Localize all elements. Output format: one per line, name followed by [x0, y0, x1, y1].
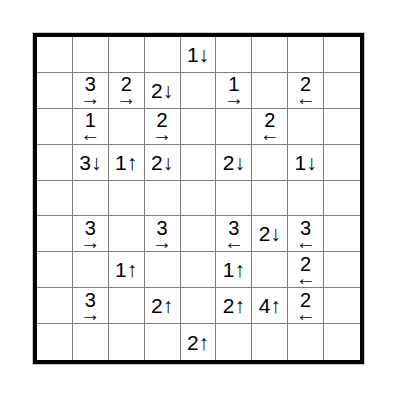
- clue: 3→: [80, 76, 100, 105]
- clue-number: 1: [115, 152, 127, 173]
- clue-number: 4: [259, 295, 271, 316]
- cell-r5c1[interactable]: [37, 181, 73, 217]
- cell-r2c6[interactable]: 1→: [216, 73, 252, 109]
- cell-r1c7[interactable]: [252, 37, 288, 73]
- clue: 1↑: [115, 259, 137, 280]
- cell-r8c4[interactable]: 2↑: [145, 288, 181, 324]
- clue: 2←: [296, 76, 316, 105]
- cell-r4c9[interactable]: [324, 145, 360, 181]
- cell-r6c7[interactable]: 2↓: [252, 216, 288, 252]
- cell-r1c4[interactable]: [145, 37, 181, 73]
- cell-r2c5[interactable]: [181, 73, 217, 109]
- clue: 2↑: [223, 295, 245, 316]
- cell-r7c2[interactable]: [73, 252, 109, 288]
- cell-r4c3[interactable]: 1↑: [109, 145, 145, 181]
- arrow-left-icon: ←: [296, 272, 316, 285]
- cell-r8c2[interactable]: 3→: [73, 288, 109, 324]
- cell-r4c8[interactable]: 1↓: [288, 145, 324, 181]
- cell-r5c6[interactable]: [216, 181, 252, 217]
- cell-r8c9[interactable]: [324, 288, 360, 324]
- cell-r6c6[interactable]: 3←: [216, 216, 252, 252]
- clue: 2↓: [223, 152, 245, 173]
- clue: 1↓: [187, 44, 209, 65]
- clue: 1↑: [115, 152, 137, 173]
- cell-r2c2[interactable]: 3→: [73, 73, 109, 109]
- arrow-right-icon: →: [224, 92, 244, 105]
- clue-number: 2: [223, 295, 235, 316]
- cell-r5c3[interactable]: [109, 181, 145, 217]
- cell-r5c7[interactable]: [252, 181, 288, 217]
- arrow-left-icon: ←: [296, 308, 316, 321]
- cell-r3c6[interactable]: [216, 109, 252, 145]
- clue-number: 2: [259, 223, 271, 244]
- cell-r3c9[interactable]: [324, 109, 360, 145]
- clue-number: 3: [79, 152, 91, 173]
- arrow-up-icon: ↑: [270, 295, 281, 316]
- cell-r9c8[interactable]: [288, 324, 324, 360]
- cell-r6c2[interactable]: 3→: [73, 216, 109, 252]
- cell-r7c8[interactable]: 2←: [288, 252, 324, 288]
- cell-r3c8[interactable]: [288, 109, 324, 145]
- clue-number: 2: [151, 152, 163, 173]
- arrow-left-icon: ←: [296, 236, 316, 249]
- clue: 2↓: [151, 152, 173, 173]
- arrow-up-icon: ↑: [127, 152, 138, 173]
- cell-r3c1[interactable]: [37, 109, 73, 145]
- cell-r7c1[interactable]: [37, 252, 73, 288]
- clue: 1↓: [295, 152, 317, 173]
- clue: 3←: [224, 220, 244, 249]
- clue: 3→: [152, 220, 172, 249]
- clue: 2↑: [187, 332, 209, 353]
- cell-r4c1[interactable]: [37, 145, 73, 181]
- cell-r4c2[interactable]: 3↓: [73, 145, 109, 181]
- cell-r6c9[interactable]: [324, 216, 360, 252]
- arrow-down-icon: ↓: [163, 80, 174, 101]
- cell-r7c5[interactable]: [181, 252, 217, 288]
- clue: 2←: [296, 256, 316, 285]
- cell-r5c5[interactable]: [181, 181, 217, 217]
- clue: 2←: [296, 292, 316, 321]
- arrow-down-icon: ↓: [163, 152, 174, 173]
- cell-r6c8[interactable]: 3←: [288, 216, 324, 252]
- cell-r7c7[interactable]: [252, 252, 288, 288]
- clue-number: 1: [187, 44, 199, 65]
- cell-r1c6[interactable]: [216, 37, 252, 73]
- cell-r6c1[interactable]: [37, 216, 73, 252]
- cell-r6c3[interactable]: [109, 216, 145, 252]
- clue: 1↑: [223, 259, 245, 280]
- arrow-right-icon: →: [80, 236, 100, 249]
- arrow-left-icon: ←: [260, 128, 280, 141]
- arrow-right-icon: →: [80, 308, 100, 321]
- clue-number: 2: [151, 80, 163, 101]
- clue: 2↑: [151, 295, 173, 316]
- cell-r6c5[interactable]: [181, 216, 217, 252]
- clue: 2↓: [259, 223, 281, 244]
- cell-r2c9[interactable]: [324, 73, 360, 109]
- cell-r1c3[interactable]: [109, 37, 145, 73]
- cell-r9c4[interactable]: [145, 324, 181, 360]
- clue-number: 2: [151, 295, 163, 316]
- cell-r9c7[interactable]: [252, 324, 288, 360]
- arrow-down-icon: ↓: [199, 44, 210, 65]
- cell-r7c4[interactable]: [145, 252, 181, 288]
- clue-number: 2: [223, 152, 235, 173]
- cell-r8c1[interactable]: [37, 288, 73, 324]
- cell-r1c9[interactable]: [324, 37, 360, 73]
- clue-number: 1: [223, 259, 235, 280]
- cell-r4c6[interactable]: 2↓: [216, 145, 252, 181]
- cell-r1c8[interactable]: [288, 37, 324, 73]
- cell-r3c7[interactable]: 2←: [252, 109, 288, 145]
- cell-r7c3[interactable]: 1↑: [109, 252, 145, 288]
- arrow-down-icon: ↓: [234, 152, 245, 173]
- arrow-up-icon: ↑: [234, 259, 245, 280]
- cell-r8c5[interactable]: [181, 288, 217, 324]
- clue: 2←: [260, 112, 280, 141]
- cell-r2c8[interactable]: 2←: [288, 73, 324, 109]
- arrow-up-icon: ↑: [127, 259, 138, 280]
- cell-r4c7[interactable]: [252, 145, 288, 181]
- clue: 2↓: [151, 80, 173, 101]
- cell-r8c7[interactable]: 4↑: [252, 288, 288, 324]
- clue: 2→: [116, 76, 136, 105]
- cell-r4c4[interactable]: 2↓: [145, 145, 181, 181]
- cell-r7c6[interactable]: 1↑: [216, 252, 252, 288]
- clue: 3→: [80, 292, 100, 321]
- cell-r6c4[interactable]: 3→: [145, 216, 181, 252]
- arrow-right-icon: →: [80, 92, 100, 105]
- cell-r3c3[interactable]: [109, 109, 145, 145]
- cell-r3c5[interactable]: [181, 109, 217, 145]
- cell-r8c8[interactable]: 2←: [288, 288, 324, 324]
- cell-r4c5[interactable]: [181, 145, 217, 181]
- clue-number: 2: [187, 332, 199, 353]
- cell-r9c3[interactable]: [109, 324, 145, 360]
- arrow-left-icon: ←: [224, 236, 244, 249]
- cell-r2c4[interactable]: 2↓: [145, 73, 181, 109]
- arrow-left-icon: ←: [80, 128, 100, 141]
- cell-r2c3[interactable]: 2→: [109, 73, 145, 109]
- cell-r5c9[interactable]: [324, 181, 360, 217]
- arrow-left-icon: ←: [296, 92, 316, 105]
- clue: 2→: [152, 112, 172, 141]
- cell-r9c9[interactable]: [324, 324, 360, 360]
- cell-r9c6[interactable]: [216, 324, 252, 360]
- cell-r2c1[interactable]: [37, 73, 73, 109]
- clue: 1→: [224, 76, 244, 105]
- clue-number: 1: [295, 152, 307, 173]
- arrow-down-icon: ↓: [270, 223, 281, 244]
- cell-r8c3[interactable]: [109, 288, 145, 324]
- puzzle-board: 1↓3→2→2↓1→2←1←2→2←3↓1↑2↓2↓1↓3→3→3←2↓3←1↑…: [33, 33, 364, 364]
- arrow-right-icon: →: [152, 236, 172, 249]
- arrow-right-icon: →: [116, 92, 136, 105]
- cell-r5c4[interactable]: [145, 181, 181, 217]
- cell-r1c1[interactable]: [37, 37, 73, 73]
- cell-r2c7[interactable]: [252, 73, 288, 109]
- arrow-up-icon: ↑: [163, 295, 174, 316]
- arrow-right-icon: →: [152, 128, 172, 141]
- cell-r1c5[interactable]: 1↓: [181, 37, 217, 73]
- cell-r8c6[interactable]: 2↑: [216, 288, 252, 324]
- clue: 3←: [296, 220, 316, 249]
- cell-r9c2[interactable]: [73, 324, 109, 360]
- arrow-up-icon: ↑: [234, 295, 245, 316]
- page: 1↓3→2→2↓1→2←1←2→2←3↓1↑2↓2↓1↓3→3→3←2↓3←1↑…: [0, 0, 397, 397]
- arrow-up-icon: ↑: [199, 332, 210, 353]
- cell-r9c5[interactable]: 2↑: [181, 324, 217, 360]
- clue-number: 1: [115, 259, 127, 280]
- cell-r1c2[interactable]: [73, 37, 109, 73]
- cell-r7c9[interactable]: [324, 252, 360, 288]
- cell-r3c4[interactable]: 2→: [145, 109, 181, 145]
- arrow-down-icon: ↓: [91, 152, 102, 173]
- clue: 1←: [80, 112, 100, 141]
- cell-r3c2[interactable]: 1←: [73, 109, 109, 145]
- clue: 4↑: [259, 295, 281, 316]
- clue: 3↓: [79, 152, 101, 173]
- cell-r9c1[interactable]: [37, 324, 73, 360]
- cell-r5c2[interactable]: [73, 181, 109, 217]
- cell-r5c8[interactable]: [288, 181, 324, 217]
- clue: 3→: [80, 220, 100, 249]
- arrow-down-icon: ↓: [306, 152, 317, 173]
